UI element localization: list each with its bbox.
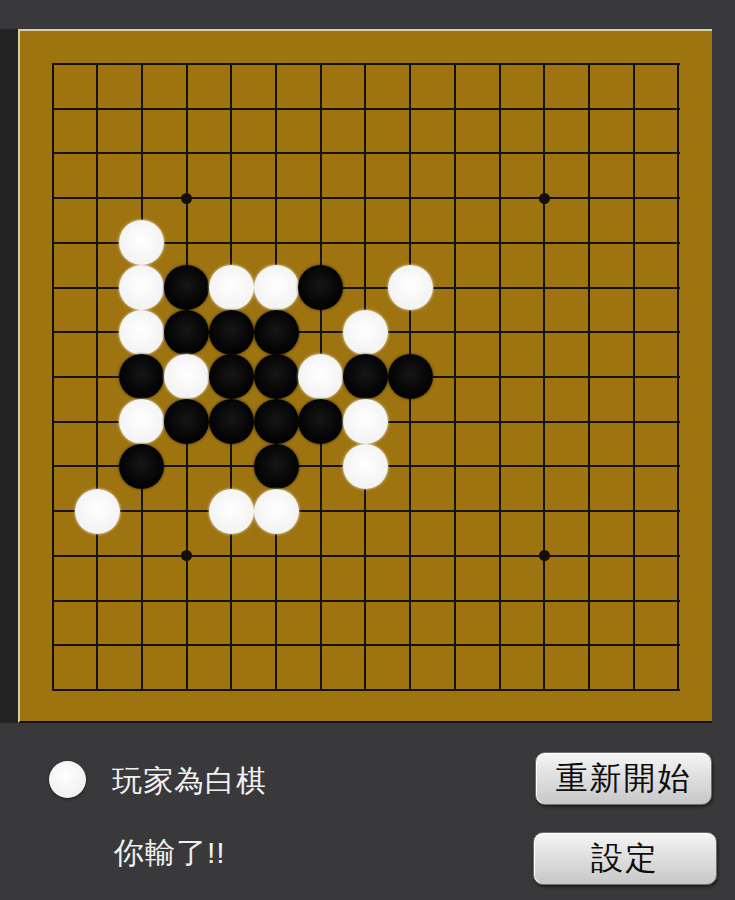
star-point — [539, 550, 550, 561]
black-stone — [298, 265, 343, 310]
black-stone — [209, 354, 254, 399]
star-point — [539, 193, 550, 204]
white-stone — [119, 265, 164, 310]
white-stone — [254, 489, 299, 534]
grid-line-horizontal — [52, 510, 680, 512]
grid-line-vertical — [543, 63, 545, 691]
grid-line-horizontal — [52, 689, 680, 691]
status-panel: 玩家為白棋 你輸了!! 重新開始 設定 — [0, 723, 735, 900]
white-stone — [343, 310, 388, 355]
gomoku-app: 玩家為白棋 你輸了!! 重新開始 設定 — [0, 0, 735, 900]
white-stone — [388, 265, 433, 310]
black-stone — [388, 354, 433, 399]
grid-line-horizontal — [52, 644, 680, 646]
white-stone — [209, 489, 254, 534]
restart-button[interactable]: 重新開始 — [535, 752, 712, 805]
black-stone — [254, 399, 299, 444]
white-stone — [343, 444, 388, 489]
white-stone — [298, 354, 343, 399]
black-stone — [343, 354, 388, 399]
white-stone — [254, 265, 299, 310]
board-left-margin — [0, 29, 18, 723]
settings-button[interactable]: 設定 — [533, 832, 717, 885]
black-stone — [119, 354, 164, 399]
black-stone — [209, 310, 254, 355]
black-stone — [119, 444, 164, 489]
black-stone — [164, 399, 209, 444]
black-stone — [209, 399, 254, 444]
white-stone — [119, 220, 164, 265]
grid-line-horizontal — [52, 600, 680, 602]
black-stone — [254, 444, 299, 489]
white-stone-icon — [49, 761, 86, 798]
goban — [18, 29, 712, 723]
black-stone — [298, 399, 343, 444]
grid-line-vertical — [499, 63, 501, 691]
black-stone — [254, 310, 299, 355]
black-stone — [164, 310, 209, 355]
grid-line-vertical — [588, 63, 590, 691]
white-stone — [343, 399, 388, 444]
grid-line-vertical — [454, 63, 456, 691]
white-stone — [119, 310, 164, 355]
white-stone — [75, 489, 120, 534]
result-label: 你輸了!! — [114, 835, 226, 871]
black-stone — [254, 354, 299, 399]
player-color-label: 玩家為白棋 — [112, 763, 267, 799]
star-point — [181, 550, 192, 561]
grid-line-horizontal — [52, 555, 680, 557]
grid-line-vertical — [677, 63, 679, 691]
black-stone — [164, 265, 209, 310]
star-point — [181, 193, 192, 204]
white-stone — [164, 354, 209, 399]
white-stone — [209, 265, 254, 310]
grid-line-vertical — [633, 63, 635, 691]
white-stone — [119, 399, 164, 444]
